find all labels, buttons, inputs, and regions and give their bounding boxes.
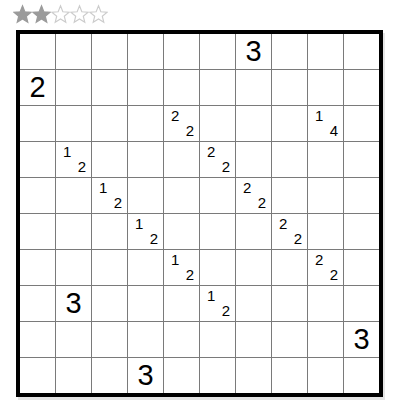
cell-r2c9[interactable] bbox=[308, 70, 343, 105]
star-empty-icon bbox=[51, 4, 70, 25]
cell-r3c8[interactable] bbox=[272, 106, 307, 141]
cell-r8c3[interactable] bbox=[92, 286, 127, 321]
cell-r6c3[interactable] bbox=[92, 214, 127, 249]
clue-cell-r4c6: 22 bbox=[200, 142, 235, 177]
clue-cell-r4c2: 12 bbox=[56, 142, 91, 177]
cell-r9c5[interactable] bbox=[164, 322, 199, 357]
cell-r3c3[interactable] bbox=[92, 106, 127, 141]
cell-r7c10[interactable] bbox=[344, 250, 379, 285]
clue-number-top-left: 1 bbox=[207, 288, 215, 303]
clue-cell-r2c1: 2 bbox=[20, 70, 55, 105]
cell-r1c3[interactable] bbox=[92, 34, 127, 69]
clue-number-top-left: 1 bbox=[135, 216, 143, 231]
clue-number-bottom-right: 2 bbox=[222, 303, 230, 318]
star-empty-icon bbox=[89, 4, 108, 25]
cell-r2c7[interactable] bbox=[236, 70, 271, 105]
cell-r9c2[interactable] bbox=[56, 322, 91, 357]
tapa-board: 322214122212221222122231233 bbox=[16, 30, 383, 397]
clue-number-bottom-right: 2 bbox=[186, 267, 194, 282]
cell-r10c5[interactable] bbox=[164, 358, 199, 393]
clue-number: 3 bbox=[344, 322, 379, 357]
cell-r8c4[interactable] bbox=[128, 286, 163, 321]
cell-r5c10[interactable] bbox=[344, 178, 379, 213]
cell-r10c1[interactable] bbox=[20, 358, 55, 393]
clue-cell-r5c7: 22 bbox=[236, 178, 271, 213]
cell-r4c4[interactable] bbox=[128, 142, 163, 177]
cell-r6c6[interactable] bbox=[200, 214, 235, 249]
clue-cell-r9c10: 3 bbox=[344, 322, 379, 357]
cell-r3c6[interactable] bbox=[200, 106, 235, 141]
cell-r3c7[interactable] bbox=[236, 106, 271, 141]
clue-cell-r5c3: 12 bbox=[92, 178, 127, 213]
clue-number-top-left: 1 bbox=[99, 180, 107, 195]
cell-r9c4[interactable] bbox=[128, 322, 163, 357]
clue-number-top-left: 2 bbox=[171, 108, 179, 123]
clue-number-bottom-right: 2 bbox=[114, 195, 122, 210]
cell-r8c9[interactable] bbox=[308, 286, 343, 321]
cell-r1c1[interactable] bbox=[20, 34, 55, 69]
cell-r9c3[interactable] bbox=[92, 322, 127, 357]
cell-r3c10[interactable] bbox=[344, 106, 379, 141]
cell-r2c5[interactable] bbox=[164, 70, 199, 105]
star-filled-icon bbox=[32, 4, 51, 25]
cell-r5c2[interactable] bbox=[56, 178, 91, 213]
clue-number: 3 bbox=[236, 34, 271, 69]
cell-r2c3[interactable] bbox=[92, 70, 127, 105]
cell-r5c1[interactable] bbox=[20, 178, 55, 213]
cell-r4c9[interactable] bbox=[308, 142, 343, 177]
clue-cell-r3c5: 22 bbox=[164, 106, 199, 141]
clue-number: 3 bbox=[128, 358, 163, 393]
cell-r6c5[interactable] bbox=[164, 214, 199, 249]
cell-r6c7[interactable] bbox=[236, 214, 271, 249]
cell-r6c1[interactable] bbox=[20, 214, 55, 249]
cell-r8c8[interactable] bbox=[272, 286, 307, 321]
cell-r7c4[interactable] bbox=[128, 250, 163, 285]
cell-r3c1[interactable] bbox=[20, 106, 55, 141]
clue-number-bottom-right: 2 bbox=[222, 159, 230, 174]
cell-r10c6[interactable] bbox=[200, 358, 235, 393]
clue-number: 2 bbox=[20, 70, 55, 105]
clue-number: 3 bbox=[56, 286, 91, 321]
cell-r9c9[interactable] bbox=[308, 322, 343, 357]
star-filled-icon bbox=[13, 4, 32, 25]
clue-cell-r6c4: 12 bbox=[128, 214, 163, 249]
clue-number-top-left: 1 bbox=[315, 108, 323, 123]
clue-cell-r10c4: 3 bbox=[128, 358, 163, 393]
cell-r5c8[interactable] bbox=[272, 178, 307, 213]
cell-r9c8[interactable] bbox=[272, 322, 307, 357]
clue-number-bottom-right: 2 bbox=[78, 159, 86, 174]
clue-cell-r8c2: 3 bbox=[56, 286, 91, 321]
cell-r2c6[interactable] bbox=[200, 70, 235, 105]
cell-r2c10[interactable] bbox=[344, 70, 379, 105]
cell-r7c1[interactable] bbox=[20, 250, 55, 285]
cell-r5c6[interactable] bbox=[200, 178, 235, 213]
cell-r1c8[interactable] bbox=[272, 34, 307, 69]
cell-r4c7[interactable] bbox=[236, 142, 271, 177]
cell-r10c7[interactable] bbox=[236, 358, 271, 393]
cell-r10c2[interactable] bbox=[56, 358, 91, 393]
clue-cell-r8c6: 12 bbox=[200, 286, 235, 321]
cell-r8c7[interactable] bbox=[236, 286, 271, 321]
clue-cell-r1c7: 3 bbox=[236, 34, 271, 69]
clue-number-top-left: 1 bbox=[63, 144, 71, 159]
cell-r4c5[interactable] bbox=[164, 142, 199, 177]
cell-r7c3[interactable] bbox=[92, 250, 127, 285]
cell-r9c1[interactable] bbox=[20, 322, 55, 357]
cell-r3c4[interactable] bbox=[128, 106, 163, 141]
cell-r4c3[interactable] bbox=[92, 142, 127, 177]
cell-r4c1[interactable] bbox=[20, 142, 55, 177]
clue-number-bottom-right: 2 bbox=[258, 195, 266, 210]
cell-r6c10[interactable] bbox=[344, 214, 379, 249]
clue-number-top-left: 2 bbox=[207, 144, 215, 159]
cell-r1c5[interactable] bbox=[164, 34, 199, 69]
cell-r2c8[interactable] bbox=[272, 70, 307, 105]
clue-number-bottom-right: 2 bbox=[330, 267, 338, 282]
clue-number-top-left: 2 bbox=[279, 216, 287, 231]
cell-r5c9[interactable] bbox=[308, 178, 343, 213]
cell-r3c2[interactable] bbox=[56, 106, 91, 141]
cell-r8c10[interactable] bbox=[344, 286, 379, 321]
clue-number-bottom-right: 4 bbox=[330, 123, 338, 138]
cell-r5c4[interactable] bbox=[128, 178, 163, 213]
clue-number-top-left: 1 bbox=[171, 252, 179, 267]
cell-r9c7[interactable] bbox=[236, 322, 271, 357]
star-empty-icon bbox=[70, 4, 89, 25]
cell-r1c6[interactable] bbox=[200, 34, 235, 69]
clue-number-top-left: 2 bbox=[315, 252, 323, 267]
tapa-puzzle-page: 322214122212221222122231233 bbox=[0, 0, 399, 416]
clue-cell-r7c9: 22 bbox=[308, 250, 343, 285]
cell-r7c2[interactable] bbox=[56, 250, 91, 285]
cell-r8c1[interactable] bbox=[20, 286, 55, 321]
cell-r10c9[interactable] bbox=[308, 358, 343, 393]
cell-r7c8[interactable] bbox=[272, 250, 307, 285]
cell-r4c10[interactable] bbox=[344, 142, 379, 177]
cell-r7c7[interactable] bbox=[236, 250, 271, 285]
clue-number-bottom-right: 2 bbox=[186, 123, 194, 138]
cell-r4c8[interactable] bbox=[272, 142, 307, 177]
cell-r6c9[interactable] bbox=[308, 214, 343, 249]
clue-number-top-left: 2 bbox=[243, 180, 251, 195]
cell-r10c10[interactable] bbox=[344, 358, 379, 393]
clue-number-bottom-right: 2 bbox=[150, 231, 158, 246]
cell-r2c2[interactable] bbox=[56, 70, 91, 105]
cell-r7c6[interactable] bbox=[200, 250, 235, 285]
cell-r1c9[interactable] bbox=[308, 34, 343, 69]
cell-r1c4[interactable] bbox=[128, 34, 163, 69]
cell-r8c5[interactable] bbox=[164, 286, 199, 321]
cell-r6c2[interactable] bbox=[56, 214, 91, 249]
difficulty-stars bbox=[13, 4, 108, 25]
cell-r1c2[interactable] bbox=[56, 34, 91, 69]
clue-number-bottom-right: 2 bbox=[294, 231, 302, 246]
cell-r9c6[interactable] bbox=[200, 322, 235, 357]
clue-cell-r7c5: 12 bbox=[164, 250, 199, 285]
cell-r5c5[interactable] bbox=[164, 178, 199, 213]
clue-cell-r3c9: 14 bbox=[308, 106, 343, 141]
cell-r2c4[interactable] bbox=[128, 70, 163, 105]
cell-r1c10[interactable] bbox=[344, 34, 379, 69]
clue-cell-r6c8: 22 bbox=[272, 214, 307, 249]
cell-r10c8[interactable] bbox=[272, 358, 307, 393]
cell-r10c3[interactable] bbox=[92, 358, 127, 393]
